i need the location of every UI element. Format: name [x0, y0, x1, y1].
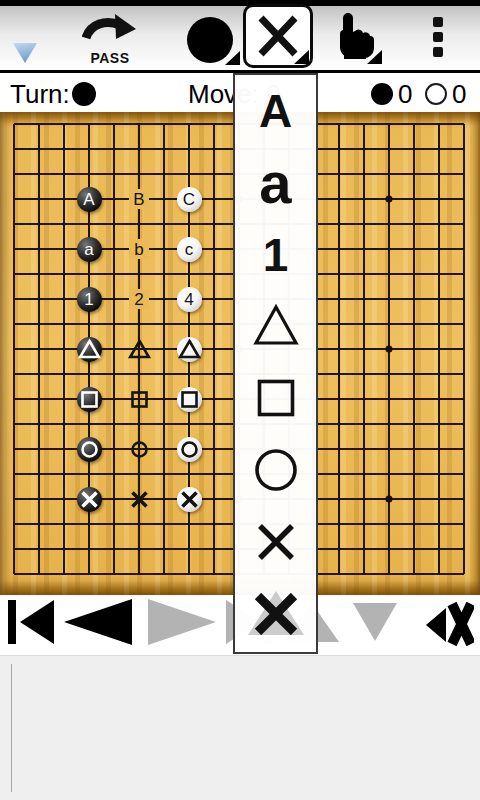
pass-label: PASS: [78, 50, 142, 66]
pass-button[interactable]: PASS: [78, 12, 142, 64]
overflow-dot-icon: [433, 17, 443, 27]
menu-glyph: 1: [263, 232, 289, 278]
nav-forward-button[interactable]: [146, 598, 218, 650]
overflow-dot-icon: [433, 47, 443, 57]
cross-mark-icon: [127, 487, 152, 512]
board-point[interactable]: 1: [77, 287, 102, 312]
board-point[interactable]: 4: [177, 287, 202, 312]
menu-item-label-lowercase[interactable]: a: [235, 147, 316, 219]
app-screen: PASS Turn: Move: 0 0 0 ABCabc124 Aa1: [0, 0, 480, 800]
board-point[interactable]: [77, 487, 102, 512]
menu-glyph: A: [259, 88, 292, 134]
board-point[interactable]: b: [127, 237, 152, 262]
menu-glyph: a: [259, 154, 291, 212]
mark-cross-icon: [256, 523, 296, 565]
point-label: B: [129, 189, 149, 209]
cross-mark-icon: [177, 487, 202, 512]
board-point[interactable]: [127, 387, 152, 412]
square-mark-icon: [177, 387, 202, 412]
board-point[interactable]: [177, 487, 202, 512]
toolbar: [0, 6, 480, 70]
nav-back-button[interactable]: [62, 598, 134, 650]
hand-tool-dropdown-corner-icon: [367, 50, 382, 64]
point-label: a: [84, 241, 93, 258]
white-capture-icon: [425, 83, 447, 105]
circle-mark-icon: [127, 437, 152, 462]
point-label: c: [185, 241, 194, 258]
menu-item-mark-square[interactable]: [235, 364, 316, 436]
board-point[interactable]: 2: [127, 287, 152, 312]
point-label: C: [183, 191, 195, 208]
nav-mute-button[interactable]: [426, 601, 474, 651]
black-capture-count: 0: [398, 79, 412, 110]
board-point[interactable]: c: [177, 237, 202, 262]
pass-arrow-icon: [82, 12, 138, 44]
point-label: 4: [184, 291, 193, 308]
comment-cursor: [11, 664, 12, 792]
triangle-mark-icon: [127, 337, 152, 362]
menu-item-label-number[interactable]: 1: [235, 219, 316, 291]
undo-dropdown-icon[interactable]: [12, 42, 38, 64]
black-capture-icon: [371, 83, 393, 105]
board-point[interactable]: [77, 437, 102, 462]
nav-first-button[interactable]: [8, 599, 56, 649]
menu-item-mark-circle[interactable]: [235, 436, 316, 508]
point-label: b: [129, 239, 149, 259]
marker-dropdown-menu: Aa1: [233, 73, 318, 654]
board-point[interactable]: [177, 437, 202, 462]
board-point[interactable]: a: [77, 237, 102, 262]
nav-variation-down-button[interactable]: [353, 603, 397, 645]
point-label: 2: [129, 289, 149, 309]
circle-mark-icon: [177, 437, 202, 462]
menu-item-label-uppercase[interactable]: A: [235, 75, 316, 147]
board-point[interactable]: [127, 437, 152, 462]
board-point[interactable]: B: [127, 187, 152, 212]
circle-mark-icon: [77, 437, 102, 462]
board-point[interactable]: [77, 337, 102, 362]
overflow-dot-icon: [433, 32, 443, 42]
cross-mark-icon: [77, 487, 102, 512]
mark-circle-icon: [254, 448, 298, 496]
mark-triangle-icon: [253, 304, 299, 350]
square-mark-icon: [77, 387, 102, 412]
marker-tool-dropdown-corner-icon: [294, 50, 309, 64]
triangle-mark-icon: [77, 337, 102, 362]
stone-tool-dropdown-corner-icon: [225, 51, 240, 65]
board-point[interactable]: [177, 387, 202, 412]
turn-stone-icon: [72, 82, 96, 106]
board-point[interactable]: [177, 337, 202, 362]
board-point[interactable]: A: [77, 187, 102, 212]
comment-panel[interactable]: [0, 655, 480, 800]
menu-item-mark-cross[interactable]: [235, 508, 316, 580]
board-point[interactable]: [77, 387, 102, 412]
white-capture-count: 0: [452, 79, 466, 110]
point-label: A: [83, 191, 94, 208]
point-label: 1: [84, 291, 93, 308]
board-point[interactable]: [127, 337, 152, 362]
square-mark-icon: [127, 387, 152, 412]
mark-cross-bold-icon: [253, 593, 299, 639]
overflow-menu-button[interactable]: [433, 17, 443, 57]
triangle-mark-icon: [177, 337, 202, 362]
menu-item-mark-cross-bold[interactable]: [235, 580, 316, 652]
turn-label: Turn:: [10, 79, 70, 110]
board-point[interactable]: [127, 487, 152, 512]
board-point[interactable]: C: [177, 187, 202, 212]
menu-item-mark-triangle[interactable]: [235, 291, 316, 363]
mark-square-icon: [257, 379, 295, 421]
